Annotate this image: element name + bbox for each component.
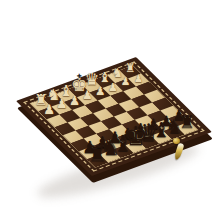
- chess-set-photo: ♜♞♝♚✚♛♝♞♜♟♟♟♟♟♟♟♟♟♟♟♟♟♟♟♟♜♞♝♚♛♝♞♜: [0, 0, 220, 220]
